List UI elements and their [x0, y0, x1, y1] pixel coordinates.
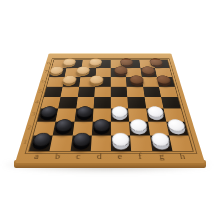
rank-label-2: 2: [27, 125, 32, 130]
product-photo-checkers-set: abcdefgh12345678: [0, 0, 220, 220]
rank-label-4: 4: [35, 100, 39, 104]
board-square-h4[interactable]: [161, 97, 181, 109]
checker-piece-tan-d6[interactable]: [89, 75, 103, 83]
board-square-f1[interactable]: [130, 135, 152, 151]
board-square-d1[interactable]: [91, 135, 111, 151]
checkers-board: abcdefgh12345678: [15, 53, 205, 163]
board-square-f5[interactable]: [127, 87, 144, 98]
checker-piece-black-d2[interactable]: [93, 119, 110, 131]
file-label-f: f: [138, 152, 142, 160]
board-square-b1[interactable]: [50, 135, 73, 151]
rank-label-7: 7: [44, 70, 48, 73]
file-label-e: e: [117, 152, 122, 160]
rank-label-8: 8: [47, 62, 51, 65]
file-label-h: h: [179, 152, 186, 160]
rank-label-5: 5: [38, 89, 42, 93]
board-square-e6[interactable]: [111, 77, 127, 87]
checker-piece-brown-f6[interactable]: [130, 75, 145, 83]
board-square-d4[interactable]: [93, 97, 110, 109]
rank-label-3: 3: [31, 112, 36, 117]
board-play-area: [28, 59, 194, 151]
board-square-h1[interactable]: [169, 135, 193, 151]
file-label-g: g: [158, 152, 164, 160]
file-label-a: a: [33, 152, 39, 160]
file-label-b: b: [54, 152, 60, 160]
rank-label-1: 1: [22, 140, 27, 146]
board-square-h5[interactable]: [159, 87, 178, 98]
board-square-f4[interactable]: [127, 97, 145, 109]
board-square-b5[interactable]: [61, 87, 79, 98]
rank-label-6: 6: [41, 80, 45, 84]
board-square-d5[interactable]: [94, 87, 111, 98]
board-square-c5[interactable]: [77, 87, 94, 98]
board-square-e5[interactable]: [111, 87, 128, 98]
board-square-b4[interactable]: [58, 97, 77, 109]
file-label-c: c: [75, 152, 80, 160]
file-label-d: d: [96, 152, 101, 160]
